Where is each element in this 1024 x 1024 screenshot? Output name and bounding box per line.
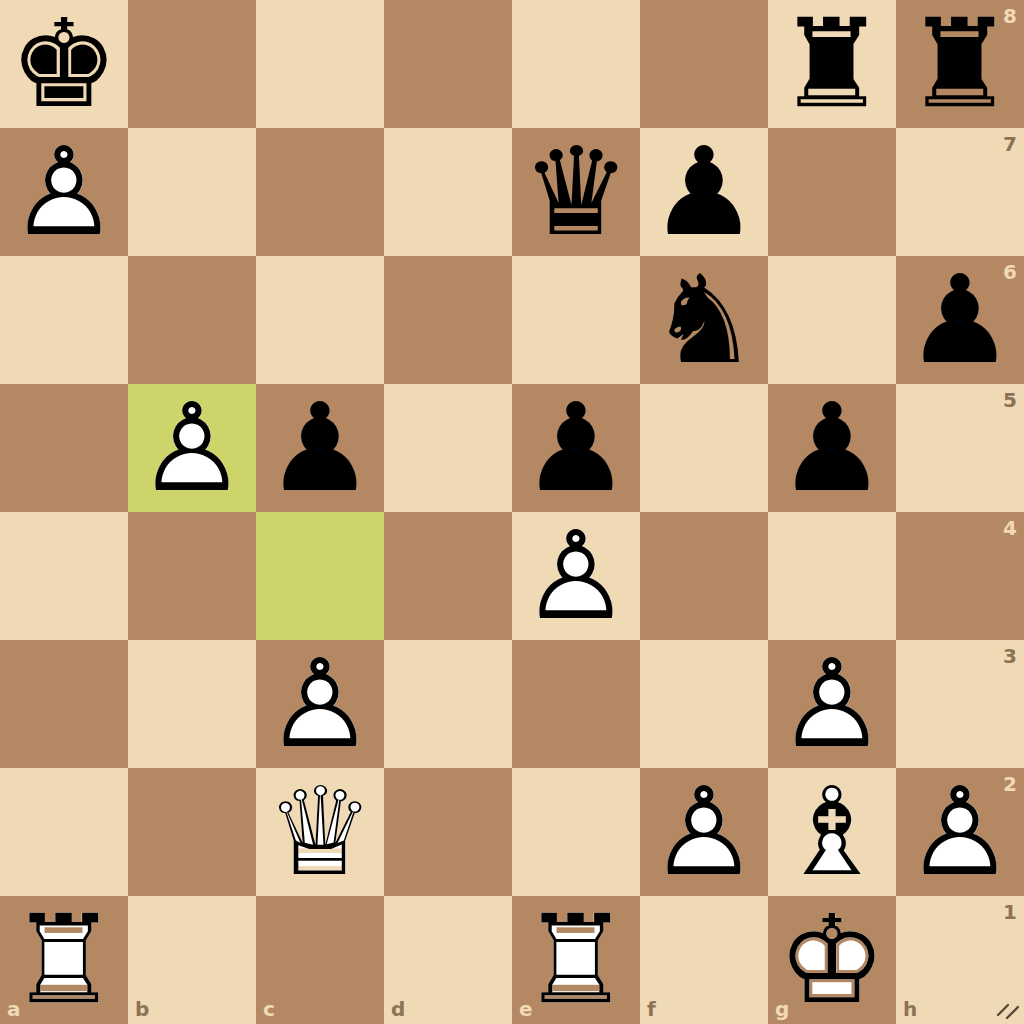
square-d4[interactable] <box>384 512 512 640</box>
white-pawn[interactable]: ♟♙ <box>768 640 896 768</box>
black-king-glyph: ♚ <box>0 0 128 128</box>
white-pawn-outline-glyph: ♙ <box>512 512 640 640</box>
square-d1[interactable]: d <box>384 896 512 1024</box>
square-e2[interactable] <box>512 768 640 896</box>
square-d8[interactable] <box>384 0 512 128</box>
black-pawn[interactable]: ♟ <box>640 128 768 256</box>
square-a8[interactable]: ♚ <box>0 0 128 128</box>
square-b3[interactable] <box>128 640 256 768</box>
coord-rank-7: 7 <box>1003 134 1017 154</box>
square-e3[interactable] <box>512 640 640 768</box>
square-a1[interactable]: a♜♖ <box>0 896 128 1024</box>
square-a7[interactable]: ♟♙ <box>0 128 128 256</box>
square-f5[interactable] <box>640 384 768 512</box>
square-h7[interactable]: 7 <box>896 128 1024 256</box>
square-g4[interactable] <box>768 512 896 640</box>
black-pawn-glyph: ♟ <box>512 384 640 512</box>
black-pawn-glyph: ♟ <box>768 384 896 512</box>
square-d5[interactable] <box>384 384 512 512</box>
square-b4[interactable] <box>128 512 256 640</box>
square-g6[interactable] <box>768 256 896 384</box>
black-rook[interactable]: ♜ <box>768 0 896 128</box>
black-pawn[interactable]: ♟ <box>896 256 1024 384</box>
square-d7[interactable] <box>384 128 512 256</box>
black-pawn[interactable]: ♟ <box>256 384 384 512</box>
square-d2[interactable] <box>384 768 512 896</box>
square-c8[interactable] <box>256 0 384 128</box>
coord-rank-5: 5 <box>1003 390 1017 410</box>
white-pawn-outline-glyph: ♙ <box>768 640 896 768</box>
white-pawn-outline-glyph: ♙ <box>128 384 256 512</box>
black-pawn-glyph: ♟ <box>640 128 768 256</box>
square-b2[interactable] <box>128 768 256 896</box>
square-g8[interactable]: ♜ <box>768 0 896 128</box>
square-b5[interactable]: ♟♙ <box>128 384 256 512</box>
square-c7[interactable] <box>256 128 384 256</box>
black-knight-glyph: ♞ <box>640 256 768 384</box>
black-rook[interactable]: ♜ <box>896 0 1024 128</box>
black-pawn[interactable]: ♟ <box>768 384 896 512</box>
white-king-outline-glyph: ♔ <box>768 896 896 1024</box>
black-queen-glyph: ♛ <box>512 128 640 256</box>
square-c4[interactable] <box>256 512 384 640</box>
black-rook-glyph: ♜ <box>768 0 896 128</box>
square-c3[interactable]: ♟♙ <box>256 640 384 768</box>
black-king[interactable]: ♚ <box>0 0 128 128</box>
coord-file-b: b <box>135 999 149 1019</box>
square-g2[interactable]: ♝♗ <box>768 768 896 896</box>
white-pawn-outline-glyph: ♙ <box>640 768 768 896</box>
square-c1[interactable]: c <box>256 896 384 1024</box>
white-queen[interactable]: ♛♕ <box>256 768 384 896</box>
square-f4[interactable] <box>640 512 768 640</box>
coord-file-d: d <box>391 999 405 1019</box>
black-pawn-glyph: ♟ <box>896 256 1024 384</box>
square-c6[interactable] <box>256 256 384 384</box>
white-bishop[interactable]: ♝♗ <box>768 768 896 896</box>
white-pawn[interactable]: ♟♙ <box>896 768 1024 896</box>
square-a3[interactable] <box>0 640 128 768</box>
square-e4[interactable]: ♟♙ <box>512 512 640 640</box>
square-b1[interactable]: b <box>128 896 256 1024</box>
coord-file-h: h <box>903 999 917 1019</box>
square-g5[interactable]: ♟ <box>768 384 896 512</box>
square-e1[interactable]: e♜♖ <box>512 896 640 1024</box>
white-queen-outline-glyph: ♕ <box>256 768 384 896</box>
square-b6[interactable] <box>128 256 256 384</box>
square-c5[interactable]: ♟ <box>256 384 384 512</box>
square-e6[interactable] <box>512 256 640 384</box>
square-e8[interactable] <box>512 0 640 128</box>
square-e5[interactable]: ♟ <box>512 384 640 512</box>
white-rook-outline-glyph: ♖ <box>512 896 640 1024</box>
white-pawn[interactable]: ♟♙ <box>512 512 640 640</box>
square-g7[interactable] <box>768 128 896 256</box>
square-h6[interactable]: 6♟ <box>896 256 1024 384</box>
square-a6[interactable] <box>0 256 128 384</box>
white-pawn-outline-glyph: ♙ <box>256 640 384 768</box>
coord-file-c: c <box>263 999 275 1019</box>
square-f3[interactable] <box>640 640 768 768</box>
square-h3[interactable]: 3 <box>896 640 1024 768</box>
square-g1[interactable]: g♚♔ <box>768 896 896 1024</box>
white-rook[interactable]: ♜♖ <box>512 896 640 1024</box>
coord-rank-3: 3 <box>1003 646 1017 666</box>
white-bishop-outline-glyph: ♗ <box>768 768 896 896</box>
white-rook-outline-glyph: ♖ <box>0 896 128 1024</box>
chess-board: ♚♜8♜♟♙♛♟7♞6♟♟♙♟♟♟5♟♙4♟♙♟♙3♛♕♟♙♝♗2♟♙a♜♖bc… <box>0 0 1024 1024</box>
coord-rank-1: 1 <box>1003 902 1017 922</box>
square-d6[interactable] <box>384 256 512 384</box>
square-g3[interactable]: ♟♙ <box>768 640 896 768</box>
coord-file-f: f <box>647 999 656 1019</box>
square-f7[interactable]: ♟ <box>640 128 768 256</box>
square-h2[interactable]: 2♟♙ <box>896 768 1024 896</box>
coord-rank-4: 4 <box>1003 518 1017 538</box>
square-e7[interactable]: ♛ <box>512 128 640 256</box>
white-pawn-outline-glyph: ♙ <box>896 768 1024 896</box>
white-king[interactable]: ♚♔ <box>768 896 896 1024</box>
square-b7[interactable] <box>128 128 256 256</box>
black-knight[interactable]: ♞ <box>640 256 768 384</box>
black-queen[interactable]: ♛ <box>512 128 640 256</box>
white-pawn[interactable]: ♟♙ <box>256 640 384 768</box>
square-f2[interactable]: ♟♙ <box>640 768 768 896</box>
square-f1[interactable]: f <box>640 896 768 1024</box>
white-pawn[interactable]: ♟♙ <box>128 384 256 512</box>
square-a5[interactable] <box>0 384 128 512</box>
square-a4[interactable] <box>0 512 128 640</box>
square-d3[interactable] <box>384 640 512 768</box>
square-a2[interactable] <box>0 768 128 896</box>
square-f6[interactable]: ♞ <box>640 256 768 384</box>
board-resize-handle-icon[interactable] <box>996 996 1020 1020</box>
black-pawn-glyph: ♟ <box>256 384 384 512</box>
square-h8[interactable]: 8♜ <box>896 0 1024 128</box>
white-pawn[interactable]: ♟♙ <box>640 768 768 896</box>
square-h5[interactable]: 5 <box>896 384 1024 512</box>
square-h4[interactable]: 4 <box>896 512 1024 640</box>
square-c2[interactable]: ♛♕ <box>256 768 384 896</box>
black-rook-glyph: ♜ <box>896 0 1024 128</box>
white-pawn[interactable]: ♟♙ <box>0 128 128 256</box>
square-f8[interactable] <box>640 0 768 128</box>
white-rook[interactable]: ♜♖ <box>0 896 128 1024</box>
square-b8[interactable] <box>128 0 256 128</box>
white-pawn-outline-glyph: ♙ <box>0 128 128 256</box>
black-pawn[interactable]: ♟ <box>512 384 640 512</box>
